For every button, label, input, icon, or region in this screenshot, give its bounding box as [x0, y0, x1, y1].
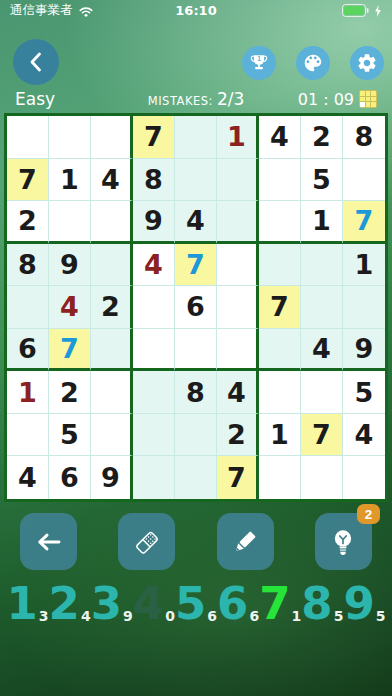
grid-cell-r8c6[interactable]: 2: [217, 414, 259, 457]
grid-cell-r7c1[interactable]: 1: [7, 371, 49, 414]
grid-cell-r9c1[interactable]: 4: [7, 456, 49, 499]
charging-bolt-icon: [374, 5, 382, 17]
sudoku-board: 7142871485294178947142676749128455217446…: [4, 113, 388, 502]
grid-cell-r9c6[interactable]: 7: [217, 456, 259, 499]
grid-cell-r2c3[interactable]: 4: [91, 159, 133, 202]
numpad-remaining-count: 5: [334, 608, 344, 630]
grid-cell-r4c9[interactable]: 1: [343, 244, 385, 287]
grid-cell-r3c1[interactable]: 2: [7, 201, 49, 244]
numpad-4[interactable]: 40: [133, 578, 174, 630]
numpad-digit: 9: [343, 578, 374, 630]
grid-cell-r1c4[interactable]: 7: [133, 116, 175, 159]
grid-cell-r5c8[interactable]: [301, 286, 343, 329]
grid-cell-r5c6[interactable]: [217, 286, 259, 329]
grid-cell-r5c3[interactable]: 2: [91, 286, 133, 329]
grid-cell-r9c9[interactable]: [343, 456, 385, 499]
grid-cell-r5c5[interactable]: 6: [175, 286, 217, 329]
grid-cell-r1c2[interactable]: [49, 116, 91, 159]
grid-cell-r8c3[interactable]: [91, 414, 133, 457]
hint-button[interactable]: 2: [315, 513, 372, 570]
grid-cell-r2c5[interactable]: [175, 159, 217, 202]
lightbulb-icon: [326, 525, 360, 559]
grid-cell-r3c6[interactable]: [217, 201, 259, 244]
trophy-button[interactable]: 1: [242, 46, 276, 80]
grid-cell-r5c2[interactable]: 4: [49, 286, 91, 329]
numpad-remaining-count: 1: [292, 608, 302, 630]
grid-cell-r8c2[interactable]: 5: [49, 414, 91, 457]
hint-badge: 2: [357, 504, 380, 524]
trophy-badge-number: 1: [257, 55, 261, 62]
carrier-label: 通信事業者: [10, 2, 73, 19]
grid-cell-r3c8[interactable]: 1: [301, 201, 343, 244]
grid-cell-r8c5[interactable]: [175, 414, 217, 457]
numpad-remaining-count: 6: [249, 608, 259, 630]
grid-cell-r1c9[interactable]: 8: [343, 116, 385, 159]
grid-cell-r1c6[interactable]: 1: [217, 116, 259, 159]
numpad-digit: 7: [259, 578, 290, 630]
grid-cell-r6c7[interactable]: [259, 329, 301, 372]
numpad-digit: 6: [217, 578, 248, 630]
eraser-icon: [129, 524, 165, 560]
nav-actions: 1: [242, 46, 384, 80]
numpad-6[interactable]: 66: [218, 578, 259, 630]
grid-cell-r6c4[interactable]: [133, 329, 175, 372]
pause-board-icon[interactable]: [359, 90, 377, 108]
grid-cell-r2c4[interactable]: 8: [133, 159, 175, 202]
numpad-2[interactable]: 24: [49, 578, 90, 630]
grid-cell-r6c1[interactable]: 6: [7, 329, 49, 372]
grid-cell-r6c2[interactable]: 7: [49, 329, 91, 372]
grid-cell-r1c8[interactable]: 2: [301, 116, 343, 159]
timer-value: 01 : 09: [298, 90, 354, 109]
toolbar: 2: [0, 513, 392, 570]
grid-cell-r8c8[interactable]: 7: [301, 414, 343, 457]
pencil-icon: [228, 525, 262, 559]
palette-icon: [302, 52, 324, 74]
grid-cell-r4c4[interactable]: 4: [133, 244, 175, 287]
numpad-remaining-count: 0: [165, 608, 175, 630]
grid-cell-r1c7[interactable]: 4: [259, 116, 301, 159]
grid-cell-r6c8[interactable]: 4: [301, 329, 343, 372]
grid-cell-r7c3[interactable]: [91, 371, 133, 414]
notes-pencil-button[interactable]: [217, 513, 274, 570]
grid-cell-r2c7[interactable]: [259, 159, 301, 202]
numpad-remaining-count: 6: [207, 608, 217, 630]
wifi-icon: [78, 5, 94, 17]
grid-cell-r9c3[interactable]: 9: [91, 456, 133, 499]
grid-cell-r4c7[interactable]: [259, 244, 301, 287]
numpad-remaining-count: 5: [376, 608, 386, 630]
grid-cell-r3c7[interactable]: [259, 201, 301, 244]
app-screen: 通信事業者 16:10: [0, 0, 392, 696]
grid-cell-r9c2[interactable]: 6: [49, 456, 91, 499]
grid-cell-r7c2[interactable]: 2: [49, 371, 91, 414]
undo-arrow-icon: [33, 526, 65, 558]
gear-icon: [356, 52, 378, 74]
grid-cell-r8c1[interactable]: [7, 414, 49, 457]
settings-button[interactable]: [350, 46, 384, 80]
undo-button[interactable]: [20, 513, 77, 570]
grid-cell-r5c4[interactable]: [133, 286, 175, 329]
grid-cell-r3c2[interactable]: [49, 201, 91, 244]
grid-cell-r9c8[interactable]: [301, 456, 343, 499]
back-button[interactable]: [13, 39, 59, 85]
numpad-1[interactable]: 13: [7, 578, 48, 630]
numpad-remaining-count: 4: [81, 608, 91, 630]
grid-cell-r7c7[interactable]: [259, 371, 301, 414]
grid-cell-r3c4[interactable]: 9: [133, 201, 175, 244]
grid-cell-r7c4[interactable]: [133, 371, 175, 414]
grid-cell-r2c1[interactable]: 7: [7, 159, 49, 202]
numpad-9[interactable]: 95: [344, 578, 385, 630]
grid-cell-r6c6[interactable]: [217, 329, 259, 372]
numpad-digit: 2: [49, 578, 80, 630]
grid-cell-r6c3[interactable]: [91, 329, 133, 372]
grid-cell-r1c3[interactable]: [91, 116, 133, 159]
numpad-remaining-count: 9: [123, 608, 133, 630]
grid-cell-r1c1[interactable]: [7, 116, 49, 159]
grid-cell-r2c9[interactable]: [343, 159, 385, 202]
grid-cell-r3c5[interactable]: 4: [175, 201, 217, 244]
grid-cell-r1c5[interactable]: [175, 116, 217, 159]
grid-cell-r5c1[interactable]: [7, 286, 49, 329]
grid-cell-r6c5[interactable]: [175, 329, 217, 372]
numpad-8[interactable]: 85: [302, 578, 343, 630]
chevron-left-icon: [25, 50, 47, 74]
grid-cell-r8c4[interactable]: [133, 414, 175, 457]
numpad-digit: 1: [6, 578, 37, 630]
grid-cell-r7c5[interactable]: 8: [175, 371, 217, 414]
trophy-icon: 1: [248, 52, 270, 74]
grid-cell-r3c9[interactable]: 7: [343, 201, 385, 244]
info-row: Easy MISTAKES:2/3 01 : 09: [0, 86, 392, 112]
grid-cell-r7c9[interactable]: 5: [343, 371, 385, 414]
grid-cell-r4c2[interactable]: 9: [49, 244, 91, 287]
grid-cell-r9c4[interactable]: [133, 456, 175, 499]
grid-cell-r2c6[interactable]: [217, 159, 259, 202]
grid-cell-r7c8[interactable]: [301, 371, 343, 414]
grid-cell-r4c6[interactable]: [217, 244, 259, 287]
numpad-5[interactable]: 56: [176, 578, 217, 630]
grid-cell-r4c5[interactable]: 7: [175, 244, 217, 287]
number-pad: 132439405666718595: [0, 578, 392, 630]
theme-palette-button[interactable]: [296, 46, 330, 80]
grid-cell-r6c9[interactable]: 9: [343, 329, 385, 372]
grid-cell-r5c7[interactable]: 7: [259, 286, 301, 329]
numpad-digit: 4: [133, 578, 164, 630]
status-bar: 通信事業者 16:10: [0, 0, 392, 21]
grid-cell-r9c7[interactable]: [259, 456, 301, 499]
numpad-digit: 5: [175, 578, 206, 630]
grid-cell-r8c9[interactable]: 4: [343, 414, 385, 457]
grid-cell-r5c9[interactable]: [343, 286, 385, 329]
grid-cell-r8c7[interactable]: 1: [259, 414, 301, 457]
grid-cell-r4c8[interactable]: [301, 244, 343, 287]
grid-cell-r2c8[interactable]: 5: [301, 159, 343, 202]
grid-cell-r7c6[interactable]: 4: [217, 371, 259, 414]
numpad-3[interactable]: 39: [91, 578, 132, 630]
grid-cell-r9c5[interactable]: [175, 456, 217, 499]
erase-button[interactable]: [118, 513, 175, 570]
grid-cell-r4c1[interactable]: 8: [7, 244, 49, 287]
battery-icon: [342, 4, 370, 17]
numpad-digit: 8: [301, 578, 332, 630]
numpad-remaining-count: 3: [39, 608, 49, 630]
mistakes-value: 2/3: [217, 89, 244, 109]
numpad-digit: 3: [91, 578, 122, 630]
grid-cell-r4c3[interactable]: [91, 244, 133, 287]
mistakes-label: MISTAKES:: [148, 94, 213, 108]
numpad-7[interactable]: 71: [260, 578, 301, 630]
grid-cell-r2c2[interactable]: 1: [49, 159, 91, 202]
grid-cell-r3c3[interactable]: [91, 201, 133, 244]
